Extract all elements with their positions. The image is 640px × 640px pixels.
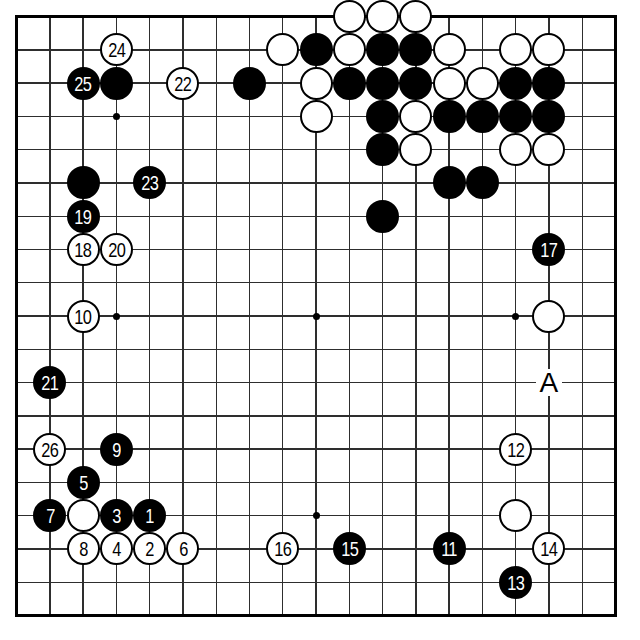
star-point [313, 512, 320, 519]
point-marker-A: A [536, 369, 562, 396]
stone-white-move-16: 16 [266, 532, 299, 565]
stone-white-move-10: 10 [67, 300, 100, 333]
move-number: 6 [179, 538, 187, 559]
stone-white-move-24: 24 [100, 33, 133, 66]
move-number: 22 [175, 73, 192, 94]
stone-black-move-3: 3 [100, 499, 133, 532]
star-point [512, 313, 519, 320]
move-number: 26 [42, 439, 59, 460]
move-number: 15 [341, 538, 358, 559]
stone-white [532, 300, 565, 333]
stone-black [433, 166, 466, 199]
move-number: 11 [441, 538, 456, 559]
move-number: 14 [541, 538, 558, 559]
move-number: 4 [112, 538, 120, 559]
move-number: 17 [541, 239, 558, 260]
move-number: 7 [46, 505, 54, 526]
stone-black-move-1: 1 [133, 499, 166, 532]
stone-white [266, 33, 299, 66]
move-number: 3 [112, 505, 120, 526]
stone-white-move-8: 8 [67, 532, 100, 565]
stone-white [300, 100, 333, 133]
stone-white-move-6: 6 [166, 532, 199, 565]
stone-white-move-18: 18 [67, 233, 100, 266]
stone-white [399, 100, 432, 133]
stone-black [399, 67, 432, 100]
stone-white [532, 133, 565, 166]
move-number: 16 [274, 538, 291, 559]
stone-black-move-17: 17 [532, 233, 565, 266]
stone-black [433, 100, 466, 133]
stone-black-move-5: 5 [67, 466, 100, 499]
stone-white [399, 0, 432, 33]
stone-white [499, 133, 532, 166]
stone-black [499, 100, 532, 133]
stone-black-move-23: 23 [133, 166, 166, 199]
star-point [113, 313, 120, 320]
star-point [313, 313, 320, 320]
stone-black [333, 67, 366, 100]
move-number: 2 [146, 538, 154, 559]
move-number: 12 [507, 439, 524, 460]
stone-white [333, 33, 366, 66]
stone-black [100, 67, 133, 100]
stone-black-move-19: 19 [67, 200, 100, 233]
move-number: 13 [507, 572, 524, 593]
move-number: 18 [75, 239, 92, 260]
move-number: 1 [146, 505, 154, 526]
move-number: 25 [75, 73, 92, 94]
move-number: 9 [112, 439, 120, 460]
move-number: 21 [42, 372, 59, 393]
stone-white-move-14: 14 [532, 532, 565, 565]
stone-black [366, 33, 399, 66]
stone-white [300, 67, 333, 100]
stone-white-move-4: 4 [100, 532, 133, 565]
move-number: 5 [79, 472, 87, 493]
stone-black-move-7: 7 [33, 499, 66, 532]
move-number: 20 [108, 239, 125, 260]
stone-white [499, 33, 532, 66]
move-number: 10 [75, 306, 92, 327]
stone-black [466, 166, 499, 199]
stone-black-move-15: 15 [333, 532, 366, 565]
stone-black-move-11: 11 [433, 532, 466, 565]
stone-black-move-13: 13 [499, 566, 532, 599]
move-number: 23 [141, 172, 158, 193]
move-number: 19 [75, 206, 92, 227]
stone-black [366, 133, 399, 166]
stone-black [366, 67, 399, 100]
go-board[interactable]: A242522231918201710212691257318426161511… [0, 0, 640, 640]
stone-white-move-20: 20 [100, 233, 133, 266]
go-diagram-page: A242522231918201710212691257318426161511… [0, 0, 640, 640]
stone-black-move-9: 9 [100, 433, 133, 466]
stone-black [300, 33, 333, 66]
stone-black [532, 100, 565, 133]
stone-white [366, 0, 399, 33]
stone-black [366, 100, 399, 133]
stone-white [333, 0, 366, 33]
stone-black-move-21: 21 [33, 366, 66, 399]
stone-white-move-22: 22 [166, 67, 199, 100]
stone-black [399, 33, 432, 66]
stone-black [67, 166, 100, 199]
stone-white-move-12: 12 [499, 433, 532, 466]
stone-black [366, 200, 399, 233]
stone-white [433, 67, 466, 100]
stone-black [532, 67, 565, 100]
stone-white [67, 499, 100, 532]
stone-black [499, 67, 532, 100]
star-point [113, 113, 120, 120]
board-grid: A242522231918201710212691257318426161511… [0, 0, 632, 632]
stone-black [233, 67, 266, 100]
move-number: 8 [79, 538, 87, 559]
stone-black [466, 100, 499, 133]
stone-white [499, 499, 532, 532]
move-number: 24 [108, 39, 125, 60]
stone-white [532, 33, 565, 66]
stone-black-move-25: 25 [67, 67, 100, 100]
stone-white-move-26: 26 [33, 433, 66, 466]
stone-white [399, 133, 432, 166]
stone-white-move-2: 2 [133, 532, 166, 565]
stone-white [433, 33, 466, 66]
stone-white [466, 67, 499, 100]
